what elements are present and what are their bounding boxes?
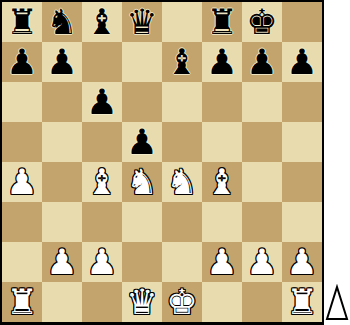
black-queen-piece[interactable]: ♛	[126, 2, 157, 42]
square-h1[interactable]: ♜	[282, 282, 322, 322]
square-f1[interactable]	[202, 282, 242, 322]
chess-board[interactable]: ♜♞♝♛♜♚♟♟♝♟♟♟♟♟♟♝♞♞♝♟♟♟♟♟♜♛♚♜	[2, 2, 322, 322]
square-d7[interactable]	[122, 42, 162, 82]
square-a4[interactable]: ♟	[2, 162, 42, 202]
chess-board-frame: ♜♞♝♛♜♚♟♟♝♟♟♟♟♟♟♝♞♞♝♟♟♟♟♟♜♛♚♜	[0, 0, 324, 325]
square-c5[interactable]	[82, 122, 122, 162]
black-rook-piece[interactable]: ♜	[206, 2, 237, 42]
square-b1[interactable]	[42, 282, 82, 322]
square-b7[interactable]: ♟	[42, 42, 82, 82]
square-e1[interactable]: ♚	[162, 282, 202, 322]
black-king-piece[interactable]: ♚	[246, 2, 277, 42]
square-b2[interactable]: ♟	[42, 242, 82, 282]
square-f6[interactable]	[202, 82, 242, 122]
white-to-move-triangle-icon	[325, 284, 349, 322]
square-h8[interactable]	[282, 2, 322, 42]
square-a6[interactable]	[2, 82, 42, 122]
square-b5[interactable]	[42, 122, 82, 162]
square-b6[interactable]	[42, 82, 82, 122]
square-f8[interactable]: ♜	[202, 2, 242, 42]
square-d3[interactable]	[122, 202, 162, 242]
white-knight-piece[interactable]: ♞	[126, 162, 157, 202]
square-d1[interactable]: ♛	[122, 282, 162, 322]
square-f5[interactable]	[202, 122, 242, 162]
square-a5[interactable]	[2, 122, 42, 162]
black-rook-piece[interactable]: ♜	[6, 2, 37, 42]
square-c4[interactable]: ♝	[82, 162, 122, 202]
square-d8[interactable]: ♛	[122, 2, 162, 42]
white-pawn-piece[interactable]: ♟	[46, 242, 77, 282]
black-pawn-piece[interactable]: ♟	[46, 42, 77, 82]
square-a7[interactable]: ♟	[2, 42, 42, 82]
black-bishop-piece[interactable]: ♝	[166, 42, 197, 82]
square-f4[interactable]: ♝	[202, 162, 242, 202]
square-c6[interactable]: ♟	[82, 82, 122, 122]
square-h6[interactable]	[282, 82, 322, 122]
square-e4[interactable]: ♞	[162, 162, 202, 202]
square-h2[interactable]: ♟	[282, 242, 322, 282]
black-pawn-piece[interactable]: ♟	[6, 42, 37, 82]
square-d6[interactable]	[122, 82, 162, 122]
white-pawn-piece[interactable]: ♟	[86, 242, 117, 282]
square-g2[interactable]: ♟	[242, 242, 282, 282]
square-e7[interactable]: ♝	[162, 42, 202, 82]
square-a1[interactable]: ♜	[2, 282, 42, 322]
square-f7[interactable]: ♟	[202, 42, 242, 82]
square-f3[interactable]	[202, 202, 242, 242]
square-g6[interactable]	[242, 82, 282, 122]
black-pawn-piece[interactable]: ♟	[126, 122, 157, 162]
square-e8[interactable]	[162, 2, 202, 42]
white-rook-piece[interactable]: ♜	[6, 282, 37, 322]
square-e6[interactable]	[162, 82, 202, 122]
white-pawn-piece[interactable]: ♟	[206, 242, 237, 282]
white-queen-piece[interactable]: ♛	[126, 282, 157, 322]
square-c3[interactable]	[82, 202, 122, 242]
square-d5[interactable]: ♟	[122, 122, 162, 162]
square-g8[interactable]: ♚	[242, 2, 282, 42]
chess-app-window: ♜♞♝♛♜♚♟♟♝♟♟♟♟♟♟♝♞♞♝♟♟♟♟♟♜♛♚♜	[0, 0, 350, 325]
square-a3[interactable]	[2, 202, 42, 242]
square-c2[interactable]: ♟	[82, 242, 122, 282]
black-knight-piece[interactable]: ♞	[46, 2, 77, 42]
square-a2[interactable]	[2, 242, 42, 282]
white-bishop-piece[interactable]: ♝	[206, 162, 237, 202]
white-knight-piece[interactable]: ♞	[166, 162, 197, 202]
square-c7[interactable]	[82, 42, 122, 82]
square-h5[interactable]	[282, 122, 322, 162]
square-e2[interactable]	[162, 242, 202, 282]
square-g1[interactable]	[242, 282, 282, 322]
square-e3[interactable]	[162, 202, 202, 242]
square-g3[interactable]	[242, 202, 282, 242]
square-g5[interactable]	[242, 122, 282, 162]
square-h4[interactable]	[282, 162, 322, 202]
square-c1[interactable]	[82, 282, 122, 322]
white-pawn-piece[interactable]: ♟	[6, 162, 37, 202]
white-king-piece[interactable]: ♚	[166, 282, 197, 322]
square-e5[interactable]	[162, 122, 202, 162]
white-rook-piece[interactable]: ♜	[286, 282, 317, 322]
square-c8[interactable]: ♝	[82, 2, 122, 42]
square-a8[interactable]: ♜	[2, 2, 42, 42]
square-h3[interactable]	[282, 202, 322, 242]
black-pawn-piece[interactable]: ♟	[246, 42, 277, 82]
square-b3[interactable]	[42, 202, 82, 242]
square-g4[interactable]	[242, 162, 282, 202]
square-h7[interactable]: ♟	[282, 42, 322, 82]
square-b4[interactable]	[42, 162, 82, 202]
square-b8[interactable]: ♞	[42, 2, 82, 42]
square-d2[interactable]	[122, 242, 162, 282]
square-f2[interactable]: ♟	[202, 242, 242, 282]
square-d4[interactable]: ♞	[122, 162, 162, 202]
black-bishop-piece[interactable]: ♝	[86, 2, 117, 42]
white-pawn-piece[interactable]: ♟	[286, 242, 317, 282]
side-panel	[324, 0, 350, 325]
square-g7[interactable]: ♟	[242, 42, 282, 82]
white-pawn-piece[interactable]: ♟	[246, 242, 277, 282]
black-pawn-piece[interactable]: ♟	[286, 42, 317, 82]
white-bishop-piece[interactable]: ♝	[86, 162, 117, 202]
black-pawn-piece[interactable]: ♟	[86, 82, 117, 122]
black-pawn-piece[interactable]: ♟	[206, 42, 237, 82]
